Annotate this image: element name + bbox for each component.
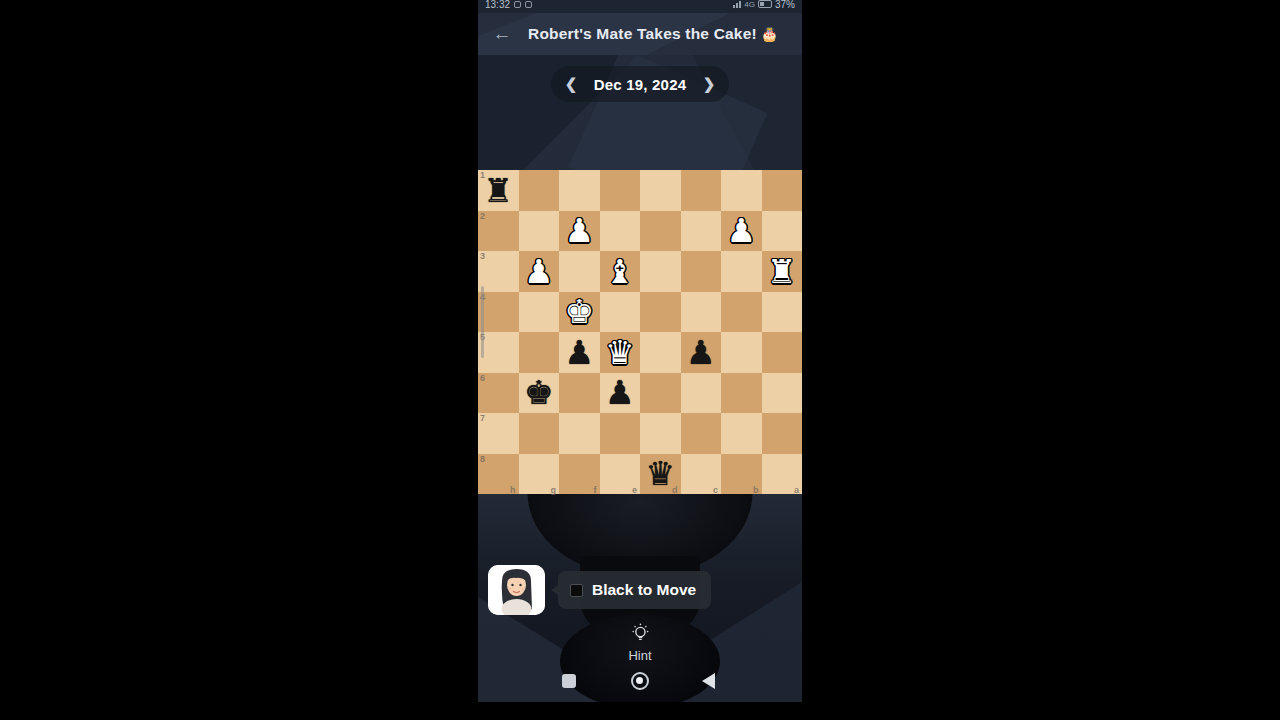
date-navigator: ❮ Dec 19, 2024 ❯ <box>551 66 729 102</box>
rank-label: 2 <box>480 211 485 221</box>
lightbulb-icon <box>629 622 651 644</box>
square-f4[interactable]: ♚ <box>559 292 600 333</box>
square-g4[interactable] <box>519 292 560 333</box>
square-f1[interactable] <box>559 170 600 211</box>
prev-date-button[interactable]: ❮ <box>564 75 578 93</box>
rank-label: 8 <box>480 454 485 464</box>
player-avatar[interactable] <box>488 565 545 615</box>
turn-label: Black to Move <box>592 581 696 599</box>
avatar-illustration <box>488 565 545 615</box>
phone-screen: 13:32 4G 37% ← Robert's Mate Takes the C… <box>478 0 802 702</box>
alarm-icon <box>514 1 521 8</box>
square-d7[interactable] <box>640 413 681 454</box>
chess-board-container: 1♜2♟♟3♟♝♜4♚5♟♛♟6♚♟78hgfed♛cba <box>478 170 802 494</box>
square-c3[interactable] <box>681 251 722 292</box>
turn-indicator-bubble: Black to Move <box>558 571 711 609</box>
player-row: Black to Move <box>488 565 711 615</box>
black-king[interactable]: ♚ <box>519 373 560 414</box>
banner-area: ❮ Dec 19, 2024 ❯ <box>478 55 802 170</box>
square-e2[interactable] <box>600 211 641 252</box>
square-e5[interactable]: ♛ <box>600 332 641 373</box>
square-a4[interactable] <box>762 292 803 333</box>
file-label: h <box>510 485 516 495</box>
square-a1[interactable] <box>762 170 803 211</box>
back-button[interactable]: ← <box>490 22 514 46</box>
square-b3[interactable] <box>721 251 762 292</box>
file-label: d <box>672 485 678 495</box>
square-h8[interactable]: 8h <box>478 454 519 495</box>
bottom-scene: Black to Move Hint <box>478 494 802 702</box>
square-g5[interactable] <box>519 332 560 373</box>
square-h2[interactable]: 2 <box>478 211 519 252</box>
square-b7[interactable] <box>721 413 762 454</box>
file-label: c <box>713 485 718 495</box>
square-e4[interactable] <box>600 292 641 333</box>
square-c7[interactable] <box>681 413 722 454</box>
square-g3[interactable]: ♟ <box>519 251 560 292</box>
date-label: Dec 19, 2024 <box>594 76 686 93</box>
square-f7[interactable] <box>559 413 600 454</box>
square-a8[interactable]: a <box>762 454 803 495</box>
square-h6[interactable]: 6 <box>478 373 519 414</box>
battery-icon <box>758 0 772 8</box>
recents-button[interactable] <box>562 674 576 688</box>
page-title: Robert's Mate Takes the Cake!🎂 <box>528 25 779 43</box>
square-b8[interactable]: b <box>721 454 762 495</box>
square-g1[interactable] <box>519 170 560 211</box>
android-back-button[interactable] <box>702 673 715 689</box>
square-e3[interactable]: ♝ <box>600 251 641 292</box>
square-c5[interactable]: ♟ <box>681 332 722 373</box>
black-color-icon <box>570 584 583 597</box>
square-a2[interactable] <box>762 211 803 252</box>
square-b6[interactable] <box>721 373 762 414</box>
black-pawn[interactable]: ♟ <box>559 332 600 373</box>
square-h7[interactable]: 7 <box>478 413 519 454</box>
square-b2[interactable]: ♟ <box>721 211 762 252</box>
back-arrow-icon: ← <box>493 23 512 45</box>
white-queen[interactable]: ♛ <box>600 332 641 373</box>
file-label: f <box>594 485 597 495</box>
rank-label: 7 <box>480 413 485 423</box>
square-f5[interactable]: ♟ <box>559 332 600 373</box>
square-g6[interactable]: ♚ <box>519 373 560 414</box>
square-f6[interactable] <box>559 373 600 414</box>
vibrate-icon <box>525 1 532 8</box>
square-d6[interactable] <box>640 373 681 414</box>
signal-icon <box>733 1 741 8</box>
square-b5[interactable] <box>721 332 762 373</box>
square-g7[interactable] <box>519 413 560 454</box>
square-c2[interactable] <box>681 211 722 252</box>
square-h5[interactable]: 5 <box>478 332 519 373</box>
file-label: a <box>794 485 799 495</box>
square-d4[interactable] <box>640 292 681 333</box>
chess-board[interactable]: 1♜2♟♟3♟♝♜4♚5♟♛♟6♚♟78hgfed♛cba <box>478 170 802 494</box>
square-d1[interactable] <box>640 170 681 211</box>
rank-label: 1 <box>480 170 485 180</box>
square-e6[interactable]: ♟ <box>600 373 641 414</box>
rank-label: 6 <box>480 373 485 383</box>
square-c8[interactable]: c <box>681 454 722 495</box>
rank-label: 3 <box>480 251 485 261</box>
square-d2[interactable] <box>640 211 681 252</box>
square-c1[interactable] <box>681 170 722 211</box>
white-bishop[interactable]: ♝ <box>600 251 641 292</box>
square-f3[interactable] <box>559 251 600 292</box>
square-c6[interactable] <box>681 373 722 414</box>
square-d3[interactable] <box>640 251 681 292</box>
android-navbar <box>478 662 802 702</box>
hint-label: Hint <box>628 648 651 663</box>
status-time: 13:32 <box>485 0 510 10</box>
square-e7[interactable] <box>600 413 641 454</box>
square-e1[interactable] <box>600 170 641 211</box>
black-pawn[interactable]: ♟ <box>681 332 722 373</box>
white-pawn[interactable]: ♟ <box>721 211 762 252</box>
network-type: 4G <box>744 0 755 9</box>
square-g2[interactable] <box>519 211 560 252</box>
cake-emoji-icon: 🎂 <box>761 26 779 42</box>
battery-percent: 37% <box>775 0 795 10</box>
white-pawn[interactable]: ♟ <box>519 251 560 292</box>
home-button[interactable] <box>631 672 649 690</box>
scrollbar-indicator[interactable] <box>481 286 484 358</box>
square-f8[interactable]: f <box>559 454 600 495</box>
square-f2[interactable]: ♟ <box>559 211 600 252</box>
white-rook[interactable]: ♜ <box>762 251 803 292</box>
square-h1[interactable]: 1♜ <box>478 170 519 211</box>
square-e8[interactable]: e <box>600 454 641 495</box>
next-date-button[interactable]: ❯ <box>702 75 716 93</box>
square-c4[interactable] <box>681 292 722 333</box>
square-a3[interactable]: ♜ <box>762 251 803 292</box>
square-a7[interactable] <box>762 413 803 454</box>
square-d8[interactable]: d♛ <box>640 454 681 495</box>
file-label: e <box>632 485 637 495</box>
app-header: ← Robert's Mate Takes the Cake!🎂 <box>478 13 802 55</box>
file-label: g <box>551 485 557 495</box>
black-pawn[interactable]: ♟ <box>600 373 641 414</box>
hint-button[interactable]: Hint <box>628 622 651 663</box>
square-a6[interactable] <box>762 373 803 414</box>
screen: 13:32 4G 37% ← Robert's Mate Takes the C… <box>0 0 1280 720</box>
file-label: b <box>753 485 759 495</box>
square-a5[interactable] <box>762 332 803 373</box>
white-king[interactable]: ♚ <box>559 292 600 333</box>
white-pawn[interactable]: ♟ <box>559 211 600 252</box>
square-g8[interactable]: g <box>519 454 560 495</box>
status-bar: 13:32 4G 37% <box>478 0 802 13</box>
square-b4[interactable] <box>721 292 762 333</box>
square-b1[interactable] <box>721 170 762 211</box>
square-d5[interactable] <box>640 332 681 373</box>
square-h4[interactable]: 4 <box>478 292 519 333</box>
square-h3[interactable]: 3 <box>478 251 519 292</box>
